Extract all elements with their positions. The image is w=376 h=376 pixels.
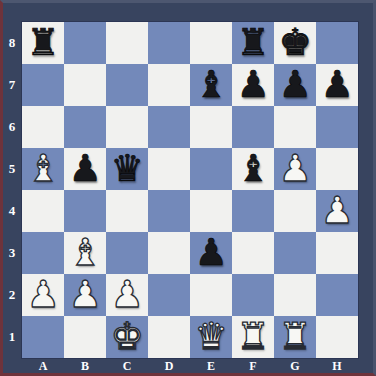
square-h4[interactable]: ♟ [316, 190, 358, 232]
chess-board: ♜♜♚♝♟♟♟♝♟♛♝♟♟♝♟♟♟♟♚♛♜♜ [21, 21, 359, 359]
file-label-c: C [106, 359, 148, 373]
file-label-d: D [148, 359, 190, 373]
square-h7[interactable]: ♟ [316, 64, 358, 106]
square-c6[interactable] [106, 106, 148, 148]
file-label-b: B [64, 359, 106, 373]
piece-white-bishop-b3[interactable]: ♝ [68, 232, 101, 274]
square-g8[interactable]: ♚ [274, 22, 316, 64]
square-h3[interactable] [316, 232, 358, 274]
square-c4[interactable] [106, 190, 148, 232]
rank-label-7: 7 [3, 64, 21, 106]
square-b2[interactable]: ♟ [64, 274, 106, 316]
square-f3[interactable] [232, 232, 274, 274]
square-c1[interactable]: ♚ [106, 316, 148, 358]
square-f4[interactable] [232, 190, 274, 232]
square-e4[interactable] [190, 190, 232, 232]
piece-white-pawn-g5[interactable]: ♟ [278, 148, 311, 190]
square-a4[interactable] [22, 190, 64, 232]
square-d6[interactable] [148, 106, 190, 148]
square-b5[interactable]: ♟ [64, 148, 106, 190]
square-g4[interactable] [274, 190, 316, 232]
square-h2[interactable] [316, 274, 358, 316]
square-e6[interactable] [190, 106, 232, 148]
rank-labels: 8 7 6 5 4 3 2 1 [3, 22, 21, 358]
square-d8[interactable] [148, 22, 190, 64]
square-h6[interactable] [316, 106, 358, 148]
piece-black-pawn-b5[interactable]: ♟ [68, 148, 101, 190]
square-c2[interactable]: ♟ [106, 274, 148, 316]
rank-label-8: 8 [3, 22, 21, 64]
rank-label-2: 2 [3, 274, 21, 316]
square-g2[interactable] [274, 274, 316, 316]
square-f7[interactable]: ♟ [232, 64, 274, 106]
square-h5[interactable] [316, 148, 358, 190]
square-a2[interactable]: ♟ [22, 274, 64, 316]
square-a1[interactable] [22, 316, 64, 358]
square-b4[interactable] [64, 190, 106, 232]
piece-black-pawn-h7[interactable]: ♟ [320, 64, 353, 106]
square-c5[interactable]: ♛ [106, 148, 148, 190]
square-c8[interactable] [106, 22, 148, 64]
piece-white-pawn-h4[interactable]: ♟ [320, 190, 353, 232]
square-a6[interactable] [22, 106, 64, 148]
rank-label-6: 6 [3, 106, 21, 148]
square-b1[interactable] [64, 316, 106, 358]
square-a8[interactable]: ♜ [22, 22, 64, 64]
piece-black-pawn-e3[interactable]: ♟ [194, 232, 227, 274]
square-d5[interactable] [148, 148, 190, 190]
square-g5[interactable]: ♟ [274, 148, 316, 190]
piece-white-king-c1[interactable]: ♚ [110, 316, 143, 358]
square-e2[interactable] [190, 274, 232, 316]
file-label-a: A [22, 359, 64, 373]
square-g3[interactable] [274, 232, 316, 274]
square-a3[interactable] [22, 232, 64, 274]
file-label-e: E [190, 359, 232, 373]
piece-white-rook-f1[interactable]: ♜ [236, 316, 269, 358]
square-e1[interactable]: ♛ [190, 316, 232, 358]
square-b7[interactable] [64, 64, 106, 106]
rank-label-4: 4 [3, 190, 21, 232]
square-g1[interactable]: ♜ [274, 316, 316, 358]
square-h1[interactable] [316, 316, 358, 358]
file-label-f: F [232, 359, 274, 373]
piece-white-pawn-b2[interactable]: ♟ [68, 274, 101, 316]
piece-white-bishop-a5[interactable]: ♝ [26, 148, 59, 190]
square-c7[interactable] [106, 64, 148, 106]
piece-black-rook-f8[interactable]: ♜ [236, 22, 269, 64]
square-f1[interactable]: ♜ [232, 316, 274, 358]
piece-black-rook-a8[interactable]: ♜ [26, 22, 59, 64]
square-d1[interactable] [148, 316, 190, 358]
square-a5[interactable]: ♝ [22, 148, 64, 190]
piece-black-queen-c5[interactable]: ♛ [110, 148, 143, 190]
square-c3[interactable] [106, 232, 148, 274]
file-labels: A B C D E F G H [22, 359, 358, 373]
square-f2[interactable] [232, 274, 274, 316]
piece-black-pawn-g7[interactable]: ♟ [278, 64, 311, 106]
piece-white-pawn-c2[interactable]: ♟ [110, 274, 143, 316]
chess-board-frame: 8 7 6 5 4 3 2 1 ♜♜♚♝♟♟♟♝♟♛♝♟♟♝♟♟♟♟♚♛♜♜ A… [0, 0, 376, 376]
piece-black-pawn-f7[interactable]: ♟ [236, 64, 269, 106]
square-a7[interactable] [22, 64, 64, 106]
square-b3[interactable]: ♝ [64, 232, 106, 274]
square-d3[interactable] [148, 232, 190, 274]
piece-white-pawn-a2[interactable]: ♟ [26, 274, 59, 316]
square-e7[interactable]: ♝ [190, 64, 232, 106]
square-g7[interactable]: ♟ [274, 64, 316, 106]
square-f6[interactable] [232, 106, 274, 148]
file-label-g: G [274, 359, 316, 373]
square-e8[interactable] [190, 22, 232, 64]
square-f5[interactable]: ♝ [232, 148, 274, 190]
rank-label-3: 3 [3, 232, 21, 274]
square-b8[interactable] [64, 22, 106, 64]
square-d7[interactable] [148, 64, 190, 106]
rank-label-5: 5 [3, 148, 21, 190]
piece-white-rook-g1[interactable]: ♜ [278, 316, 311, 358]
piece-black-bishop-f5[interactable]: ♝ [236, 148, 269, 190]
square-f8[interactable]: ♜ [232, 22, 274, 64]
square-g6[interactable] [274, 106, 316, 148]
square-b6[interactable] [64, 106, 106, 148]
file-label-h: H [316, 359, 358, 373]
piece-white-queen-e1[interactable]: ♛ [194, 316, 227, 358]
square-e5[interactable] [190, 148, 232, 190]
rank-label-1: 1 [3, 316, 21, 358]
piece-black-king-g8[interactable]: ♚ [278, 22, 311, 64]
square-h8[interactable] [316, 22, 358, 64]
square-d2[interactable] [148, 274, 190, 316]
piece-black-bishop-e7[interactable]: ♝ [194, 64, 227, 106]
square-e3[interactable]: ♟ [190, 232, 232, 274]
square-d4[interactable] [148, 190, 190, 232]
